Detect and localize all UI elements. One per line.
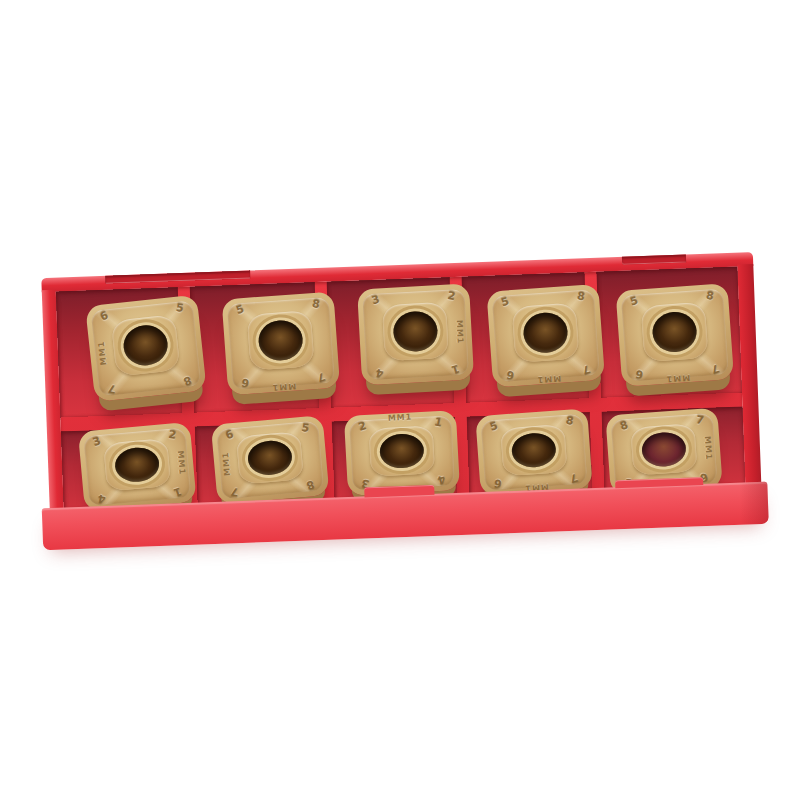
carbide-insert: 3241MM1 xyxy=(78,422,197,512)
insert-grade-stamp: MM1 xyxy=(175,450,186,475)
insert-grade-stamp: MM1 xyxy=(665,373,690,384)
carbide-insert: 6578MM1 xyxy=(85,295,207,402)
carbide-insert: 5867MM1 xyxy=(222,292,341,396)
insert-grade-stamp: MM1 xyxy=(454,320,464,345)
insert-grade-stamp: MM1 xyxy=(702,436,713,461)
insert-grade-stamp: MM1 xyxy=(271,381,296,392)
carbide-insert: 5867MM1 xyxy=(616,283,735,387)
product-photo-scene: 6578MM15867MM13241MM15867MM15867MM13241M… xyxy=(0,0,800,800)
insert-tray: 6578MM15867MM13241MM15867MM15867MM13241M… xyxy=(41,252,762,548)
carbide-insert: 6578MM1 xyxy=(211,415,330,505)
carbide-insert: 5867MM1 xyxy=(486,284,605,388)
carbide-insert: 3241MM1 xyxy=(357,283,474,385)
carbide-insert: 5867MM1 xyxy=(475,408,592,496)
tray-front-wall-tab-left xyxy=(364,485,434,498)
insert-grade-stamp: MM1 xyxy=(388,412,413,422)
insert-grade-stamp: MM1 xyxy=(536,374,561,385)
carbide-insert: 2134MM1 xyxy=(344,410,460,496)
